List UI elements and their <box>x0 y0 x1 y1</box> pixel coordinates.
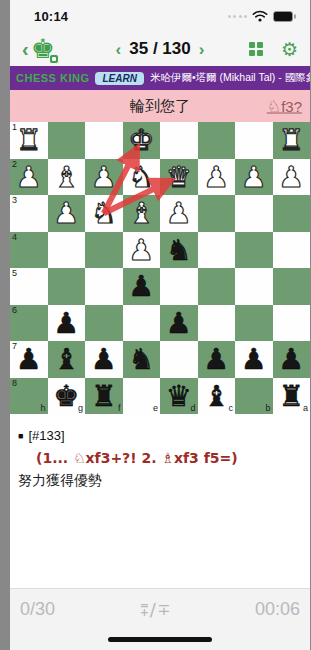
file-label-g: g <box>78 404 83 413</box>
file-label-h: h <box>40 404 45 413</box>
piece-bN-d4: ♞ <box>160 232 198 269</box>
rank-label-2: 2 <box>12 160 17 169</box>
square-g3[interactable]: ♟ <box>48 195 86 232</box>
rank-label-7: 7 <box>12 342 17 351</box>
commentary-panel: ■ [#133] (1... ♘xf3+?! 2. ♗xf3 f5=) 努力獲得… <box>10 414 310 588</box>
file-label-f: f <box>118 404 121 413</box>
settings-gear-button[interactable]: ⚙ <box>281 40 298 59</box>
goal-evaluation: = + / ∓ <box>140 599 171 620</box>
file-label-b: b <box>265 404 270 413</box>
square-g6[interactable]: ♟ <box>48 305 86 342</box>
course-title: 米哈伊爾•塔爾 (Mikhail Tal) - 國際象棋冠軍 <box>150 71 310 85</box>
square-h7[interactable]: 7♟ <box>10 341 48 378</box>
piece-wP-a2: ♟ <box>273 159 311 196</box>
hint-move-text: f3? <box>281 98 302 115</box>
square-h4[interactable]: 4 <box>10 232 48 269</box>
learn-badge: LEARN <box>95 72 143 85</box>
piece-wP-b2: ♟ <box>235 159 273 196</box>
task-number: [#133] <box>28 428 64 443</box>
square-a3[interactable] <box>273 195 311 232</box>
square-g7[interactable]: ♝ <box>48 341 86 378</box>
square-f7[interactable]: ♟ <box>85 341 123 378</box>
square-g1[interactable] <box>48 122 86 159</box>
rank-label-4: 4 <box>12 233 17 242</box>
piece-bN-e7: ♞ <box>123 341 161 378</box>
timer: 00:06 <box>255 599 300 620</box>
hint-move-link[interactable]: ♘f3? <box>267 97 302 116</box>
square-b1[interactable] <box>235 122 273 159</box>
square-g5[interactable] <box>48 268 86 305</box>
square-h5[interactable]: 5 <box>10 268 48 305</box>
piece-wP-e4: ♟ <box>123 232 161 269</box>
square-g4[interactable] <box>48 232 86 269</box>
nav-actions: ⚙ <box>249 40 298 59</box>
square-a1[interactable]: ♜ <box>273 122 311 159</box>
nav-bar: ‹ ♚ ‹ 35 / 130 › ⚙ <box>10 32 310 66</box>
square-b4[interactable] <box>235 232 273 269</box>
black-to-move-icon: ■ <box>18 431 23 441</box>
piece-wP-f2: ♟ <box>85 159 123 196</box>
square-b3[interactable] <box>235 195 273 232</box>
square-f2[interactable]: ♟ <box>85 159 123 196</box>
piece-bP-b7: ♟ <box>235 341 273 378</box>
cellular-signal-icon <box>228 15 248 18</box>
square-f1[interactable] <box>85 122 123 159</box>
file-label-c: c <box>229 404 234 413</box>
bottom-bar: 0/30 = + / ∓ 00:06 <box>10 588 310 650</box>
task-counter[interactable]: 35 / 130 <box>129 39 190 59</box>
square-c2[interactable]: ♟ <box>198 159 236 196</box>
square-b6[interactable] <box>235 305 273 342</box>
square-e5[interactable]: ♟ <box>123 268 161 305</box>
piece-wQ-d2: ♛ <box>160 159 198 196</box>
chessboard: 1♜♚♜2♟♝♟♞♛♟♟♟3♟♞♝♟4♟♞5♟6♟♟7♟♝♟♞♟♟♟8hg♚f♜… <box>10 122 310 414</box>
rank-label-3: 3 <box>12 196 17 205</box>
rank-label-6: 6 <box>12 306 17 315</box>
square-c7[interactable]: ♟ <box>198 341 236 378</box>
piece-wP-g3: ♟ <box>48 195 86 232</box>
piece-wP-d3: ♟ <box>160 195 198 232</box>
app-screen: 10:14 ‹ ♚ ‹ 35 / 130 › ⚙ <box>10 0 310 650</box>
knight-hint-icon: ♘ <box>267 97 281 116</box>
turn-message: 輪到您了 <box>130 97 190 116</box>
square-a2[interactable]: ♟ <box>273 159 311 196</box>
square-f3[interactable]: ♞ <box>85 195 123 232</box>
prev-task-button[interactable]: ‹ <box>116 41 122 58</box>
brand-name: CHESS KING <box>16 72 89 84</box>
file-label-d: d <box>190 404 195 413</box>
square-d3[interactable]: ♟ <box>160 195 198 232</box>
piece-wP-c2: ♟ <box>198 159 236 196</box>
square-c6[interactable] <box>198 305 236 342</box>
board-grid: 1♜♚♜2♟♝♟♞♛♟♟♟3♟♞♝♟4♟♞5♟6♟♟7♟♝♟♞♟♟♟8hg♚f♜… <box>10 122 310 413</box>
wifi-icon <box>252 10 268 22</box>
square-f4[interactable] <box>85 232 123 269</box>
square-e7[interactable]: ♞ <box>123 341 161 378</box>
square-a4[interactable] <box>273 232 311 269</box>
turn-banner: 輪到您了 ♘f3? <box>10 90 310 122</box>
square-h2[interactable]: 2♟ <box>10 159 48 196</box>
status-bar: 10:14 <box>10 0 310 32</box>
rank-label-5: 5 <box>12 269 17 278</box>
course-banner: CHESS KING LEARN 米哈伊爾•塔爾 (Mikhail Tal) -… <box>10 66 310 90</box>
piece-bB-g7: ♝ <box>48 341 86 378</box>
eval-slight-advantage-symbol: = + <box>140 603 149 617</box>
square-b7[interactable]: ♟ <box>235 341 273 378</box>
piece-wK-e1: ♚ <box>123 122 161 159</box>
piece-wB-g2: ♝ <box>48 159 86 196</box>
piece-bP-g6: ♟ <box>48 305 86 342</box>
chess-king-logo-icon: ♚ <box>31 36 55 63</box>
square-c1[interactable] <box>198 122 236 159</box>
piece-bR-f8: ♜ <box>85 378 123 415</box>
square-e3[interactable]: ♝ <box>123 195 161 232</box>
task-header: ■ [#133] <box>18 428 302 443</box>
square-a8[interactable]: a♜ <box>273 378 311 415</box>
status-icons <box>228 10 297 22</box>
goal-text: 努力獲得優勢 <box>18 472 302 490</box>
square-d6[interactable]: ♟ <box>160 305 198 342</box>
eval-clear-advantage-symbol: ∓ <box>157 600 170 619</box>
piece-bP-e5: ♟ <box>123 268 161 305</box>
square-h1[interactable]: 1♜ <box>10 122 48 159</box>
square-d5[interactable] <box>160 268 198 305</box>
file-label-a: a <box>303 404 308 413</box>
square-c4[interactable] <box>198 232 236 269</box>
home-indicator[interactable] <box>108 637 212 642</box>
piece-wR-a1: ♜ <box>273 122 311 159</box>
square-h8[interactable]: 8h <box>10 378 48 415</box>
battery-icon <box>273 11 296 22</box>
square-g8[interactable]: g♚ <box>48 378 86 415</box>
square-c5[interactable] <box>198 268 236 305</box>
square-g2[interactable]: ♝ <box>48 159 86 196</box>
square-d1[interactable] <box>160 122 198 159</box>
square-c8[interactable]: c♝ <box>198 378 236 415</box>
rank-label-1: 1 <box>12 123 17 132</box>
square-h6[interactable]: 6 <box>10 305 48 342</box>
square-d8[interactable]: d♛ <box>160 378 198 415</box>
square-a6[interactable] <box>273 305 311 342</box>
square-f6[interactable] <box>85 305 123 342</box>
piece-wN-f3: ♞ <box>85 195 123 232</box>
task-list-button[interactable] <box>249 42 263 56</box>
square-e6[interactable] <box>123 305 161 342</box>
piece-wB-e3: ♝ <box>123 195 161 232</box>
square-a5[interactable] <box>273 268 311 305</box>
square-f8[interactable]: f♜ <box>85 378 123 415</box>
square-e4[interactable]: ♟ <box>123 232 161 269</box>
rank-label-8: 8 <box>12 379 17 388</box>
square-d4[interactable]: ♞ <box>160 232 198 269</box>
piece-wN-e2: ♞ <box>123 159 161 196</box>
piece-bP-c7: ♟ <box>198 341 236 378</box>
piece-bP-a7: ♟ <box>273 341 311 378</box>
task-pager: ‹ 35 / 130 › <box>116 39 205 59</box>
variation-line: (1... ♘xf3+?! 2. ♗xf3 f5=) <box>36 450 302 466</box>
square-d7[interactable] <box>160 341 198 378</box>
back-chevron-icon: ‹ <box>22 39 29 59</box>
square-b8[interactable]: b <box>235 378 273 415</box>
next-task-button[interactable]: › <box>199 41 205 58</box>
file-label-e: e <box>153 404 158 413</box>
piece-bP-f7: ♟ <box>85 341 123 378</box>
square-f5[interactable] <box>85 268 123 305</box>
clock: 10:14 <box>34 9 68 24</box>
square-e1[interactable]: ♚ <box>123 122 161 159</box>
square-e2[interactable]: ♞ <box>123 159 161 196</box>
square-a7[interactable]: ♟ <box>273 341 311 378</box>
square-e8[interactable]: e <box>123 378 161 415</box>
square-d2[interactable]: ♛ <box>160 159 198 196</box>
back-button[interactable]: ‹ ♚ <box>22 36 55 63</box>
square-b5[interactable] <box>235 268 273 305</box>
square-c3[interactable] <box>198 195 236 232</box>
score-counter: 0/30 <box>20 599 55 620</box>
square-h3[interactable]: 3 <box>10 195 48 232</box>
square-b2[interactable]: ♟ <box>235 159 273 196</box>
piece-bP-d6: ♟ <box>160 305 198 342</box>
